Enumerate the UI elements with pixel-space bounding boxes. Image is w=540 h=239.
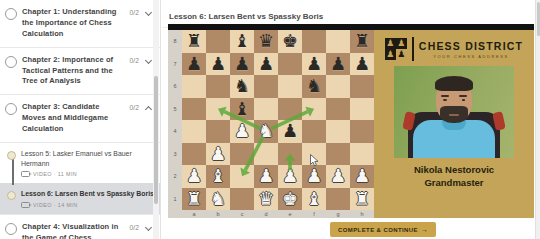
square-g7: ♟ (326, 53, 350, 76)
black-knight-f6: ♞ (306, 77, 322, 95)
black-bishop-c5: ♝ (234, 100, 250, 118)
presenter-hair (435, 76, 473, 91)
file-label-f: f (302, 210, 326, 218)
sidebar-chapter-2[interactable]: Chapter 2: Importance of Tactical Patter… (0, 48, 160, 96)
chevron-up-icon[interactable] (145, 106, 152, 113)
square-c2 (230, 165, 254, 188)
black-pawn-e4: ♟ (282, 122, 298, 140)
file-label-d: d (254, 210, 278, 218)
file-label-c: c (230, 210, 254, 218)
right-arrow-icon: → (421, 226, 428, 233)
white-knight-d4: ♞ (258, 122, 274, 140)
lesson-meta: VIDEO · 14 MIN (33, 202, 78, 208)
lesson-meta: VIDEO · 11 MIN (33, 171, 77, 177)
chapter-title: Chapter 4: Visualization in the Game of … (22, 222, 125, 239)
square-b2: ♝ (206, 165, 230, 188)
black-pawn-f7: ♟ (306, 55, 322, 73)
white-pawn-h2: ♟ (354, 167, 370, 185)
sidebar-chapter-1[interactable]: Chapter 1: Understanding the Importance … (0, 0, 160, 48)
black-rook-h8: ♜ (354, 32, 370, 50)
white-rook-h1: ♜ (354, 190, 370, 208)
video-camera-icon (21, 202, 30, 208)
square-b8 (206, 30, 230, 53)
rank-label-4: 4 (168, 120, 182, 143)
square-f5 (302, 98, 326, 121)
square-a6 (182, 75, 206, 98)
square-d2: ♟ (254, 165, 278, 188)
white-pawn-e2: ♟ (282, 167, 298, 185)
square-a1: ♜ (182, 188, 206, 211)
square-e7 (278, 53, 302, 76)
square-h1: ♜ (350, 188, 374, 211)
black-pawn-d7: ♟ (258, 55, 274, 73)
black-pawn-a7: ♟ (186, 55, 202, 73)
chapter-list: Chapter 1: Understanding the Importance … (0, 0, 160, 239)
white-bishop-b2: ♝ (210, 167, 226, 185)
rank-label-5: 5 (168, 98, 182, 121)
square-a7: ♟ (182, 53, 206, 76)
white-rook-a1: ♜ (186, 190, 202, 208)
square-g4 (326, 120, 350, 143)
black-queen-d8: ♛ (258, 32, 274, 50)
logo-divider (412, 37, 414, 61)
chess-district-logo-icon: ♟ ♟ ♟ ♟ (385, 38, 407, 60)
white-queen-d1: ♛ (258, 190, 274, 208)
square-b5 (206, 98, 230, 121)
black-pawn-h7: ♟ (354, 55, 370, 73)
square-g2: ♟ (326, 165, 350, 188)
course-sidebar: Chapter 1: Understanding the Importance … (0, 0, 161, 239)
sidebar-lesson-lesson-5[interactable]: Lesson 5: Lasker Emanuel vs Bauer Herman… (0, 143, 160, 183)
logo-pawn-icon: ♟ (396, 49, 407, 60)
sidebar-scrollbar-thumb[interactable] (154, 76, 158, 204)
square-g1 (326, 188, 350, 211)
square-b4 (206, 120, 230, 143)
square-c6: ♞ (230, 75, 254, 98)
black-rook-a8: ♜ (186, 32, 202, 50)
rank-label-8: 8 (168, 30, 182, 53)
square-e4: ♟ (278, 120, 302, 143)
square-g3 (326, 143, 350, 166)
black-bishop-c8: ♝ (234, 32, 250, 50)
square-e8: ♚ (278, 30, 302, 53)
chess-board: 87654321 ♜♝♛♚♜♟♟♟♟♟♟♟♞♞♝♟♞♟♟♟♝♟♟♟♟♟♜♞♛♚♝… (168, 30, 374, 218)
chapter-progress-count: 0/2 (130, 57, 139, 64)
square-c7: ♟ (230, 53, 254, 76)
presenter-panel: ♟ ♟ ♟ ♟ CHESS DISTRICT YOUR CHESS ADDRES… (374, 30, 534, 218)
presenter-webcam (394, 66, 514, 158)
black-king-e8: ♚ (282, 32, 298, 50)
square-a8: ♜ (182, 30, 206, 53)
square-h3 (350, 143, 374, 166)
square-g5 (326, 98, 350, 121)
logo-pawn-icon: ♟ (396, 38, 407, 49)
lesson-title: Lesson 6: Larsen Bent vs Spassky Boris (169, 12, 323, 21)
square-h2: ♟ (350, 165, 374, 188)
presenter-title: Grandmaster (424, 177, 483, 188)
brand-name: CHESS DISTRICT (419, 40, 523, 52)
square-d7: ♟ (254, 53, 278, 76)
presenter-face (436, 78, 472, 122)
square-b3: ♟ (206, 143, 230, 166)
square-b1: ♞ (206, 188, 230, 211)
chevron-down-icon[interactable] (145, 57, 152, 64)
chapter-title: Chapter 2: Importance of Tactical Patter… (22, 55, 125, 88)
square-d3 (254, 143, 278, 166)
chapter-progress-count: 0/2 (130, 224, 139, 231)
black-knight-c6: ♞ (234, 77, 250, 95)
square-d1: ♛ (254, 188, 278, 211)
lesson-title: Lesson 5: Lasker Emanuel vs Bauer Herman… (21, 149, 156, 168)
square-f1: ♝ (302, 188, 326, 211)
complete-continue-button[interactable]: COMPLETE & CONTINUE → (330, 222, 436, 237)
chapter-progress-count: 0/2 (130, 9, 139, 16)
file-label-g: g (326, 210, 350, 218)
square-c3 (230, 143, 254, 166)
square-h5 (350, 98, 374, 121)
square-a5 (182, 98, 206, 121)
white-pawn-d2: ♟ (258, 167, 274, 185)
complete-continue-label: COMPLETE & CONTINUE (338, 227, 418, 233)
lesson-bullet-icon (7, 191, 16, 200)
file-label-h: h (350, 210, 374, 218)
lesson-bullet-icon (7, 151, 16, 160)
sidebar-lesson-lesson-6[interactable]: Lesson 6: Larsen Bent vs Spassky BorisVI… (0, 183, 160, 214)
lesson-video[interactable]: 87654321 ♜♝♛♚♜♟♟♟♟♟♟♟♞♞♝♟♞♟♟♟♝♟♟♟♟♟♜♞♛♚♝… (168, 24, 534, 218)
brand-tagline: YOUR CHESS ADDRESS (419, 54, 523, 59)
square-a3 (182, 143, 206, 166)
lesson-title: Lesson 6: Larsen Bent vs Spassky Boris (21, 189, 156, 199)
square-e6 (278, 75, 302, 98)
white-pawn-b3: ♟ (210, 145, 226, 163)
lesson-timeline-connector (12, 159, 14, 185)
logo-pawn-icon: ♟ (385, 38, 396, 49)
white-pawn-a2: ♟ (186, 167, 202, 185)
chapter-progress-count: 0/2 (130, 104, 139, 111)
rank-label-6: 6 (168, 75, 182, 98)
square-d5 (254, 98, 278, 121)
square-d4: ♞ (254, 120, 278, 143)
square-h6 (350, 75, 374, 98)
rank-label-2: 2 (168, 165, 182, 188)
square-c5: ♝ (230, 98, 254, 121)
square-b6 (206, 75, 230, 98)
board-grid: ♜♝♛♚♜♟♟♟♟♟♟♟♞♞♝♟♞♟♟♟♝♟♟♟♟♟♜♞♛♚♝♜ (182, 30, 374, 210)
white-pawn-f2: ♟ (306, 167, 322, 185)
white-pawn-g2: ♟ (330, 167, 346, 185)
square-f2: ♟ (302, 165, 326, 188)
square-c8: ♝ (230, 30, 254, 53)
black-pawn-g7: ♟ (330, 55, 346, 73)
page-scrollbar[interactable] (535, 0, 540, 239)
chapter-progress-circle-icon (5, 223, 17, 235)
chapter-title: Chapter 1: Understanding the Importance … (22, 7, 125, 40)
square-f8 (302, 30, 326, 53)
rank-label-3: 3 (168, 143, 182, 166)
square-e3 (278, 143, 302, 166)
square-f7: ♟ (302, 53, 326, 76)
square-f3 (302, 143, 326, 166)
square-h8: ♜ (350, 30, 374, 53)
file-label-b: b (206, 210, 230, 218)
square-g6 (326, 75, 350, 98)
chapter-title: Chapter 3: Candidate Moves and Middlegam… (22, 102, 125, 135)
sidebar-chapter-3[interactable]: Chapter 3: Candidate Moves and Middlegam… (0, 95, 160, 143)
file-label-e: e (278, 210, 302, 218)
chapter-progress-circle-icon (5, 56, 17, 68)
square-f4 (302, 120, 326, 143)
chapter-progress-circle-icon (5, 103, 17, 115)
square-h7: ♟ (350, 53, 374, 76)
presenter-beard (440, 106, 468, 123)
square-c1 (230, 188, 254, 211)
rank-label-1: 1 (168, 188, 182, 211)
square-g8 (326, 30, 350, 53)
white-pawn-c4: ♟ (234, 122, 250, 140)
course-player-window: Chapter 1: Understanding the Importance … (0, 0, 540, 239)
sidebar-chapter-4[interactable]: Chapter 4: Visualization in the Game of … (0, 215, 160, 239)
square-e1: ♚ (278, 188, 302, 211)
black-pawn-c7: ♟ (234, 55, 250, 73)
square-e2: ♟ (278, 165, 302, 188)
brand-row: ♟ ♟ ♟ ♟ CHESS DISTRICT YOUR CHESS ADDRES… (385, 37, 523, 61)
white-knight-b1: ♞ (210, 190, 226, 208)
lesson-list: Lesson 5: Lasker Emanuel vs Bauer Herman… (0, 143, 160, 215)
white-king-e1: ♚ (282, 190, 298, 208)
main-content: Lesson 6: Larsen Bent vs Spassky Boris 8… (162, 0, 540, 239)
logo-pawn-icon: ♟ (385, 49, 396, 60)
white-bishop-f1: ♝ (306, 190, 322, 208)
chevron-down-icon[interactable] (145, 224, 152, 231)
square-b7: ♟ (206, 53, 230, 76)
file-label-a: a (182, 210, 206, 218)
square-a2: ♟ (182, 165, 206, 188)
rank-labels: 87654321 (168, 30, 182, 210)
presenter-name: Nikola Nestorovic (414, 164, 494, 177)
square-e5 (278, 98, 302, 121)
square-d8: ♛ (254, 30, 278, 53)
square-d6 (254, 75, 278, 98)
square-f6: ♞ (302, 75, 326, 98)
file-labels: abcdefgh (182, 210, 374, 218)
square-c4: ♟ (230, 120, 254, 143)
square-h4 (350, 120, 374, 143)
black-pawn-b7: ♟ (210, 55, 226, 73)
sidebar-scrollbar[interactable] (153, 0, 159, 239)
chapter-progress-circle-icon (5, 8, 17, 20)
video-camera-icon (21, 171, 30, 177)
square-a4 (182, 120, 206, 143)
chevron-down-icon[interactable] (145, 9, 152, 16)
rank-label-7: 7 (168, 53, 182, 76)
